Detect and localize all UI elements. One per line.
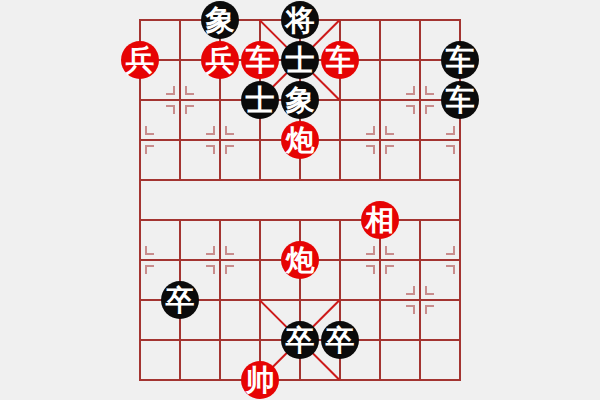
point-marker bbox=[166, 86, 175, 95]
point-marker bbox=[225, 265, 234, 274]
point-marker bbox=[406, 86, 415, 95]
grid-line bbox=[379, 219, 381, 381]
piece-red-cannon[interactable]: 炮 bbox=[281, 121, 319, 159]
point-marker bbox=[225, 145, 234, 154]
point-marker bbox=[366, 126, 375, 135]
point-marker bbox=[425, 286, 434, 295]
point-marker bbox=[385, 145, 394, 154]
piece-black-soldier[interactable]: 卒 bbox=[281, 321, 319, 359]
point-marker bbox=[446, 246, 455, 255]
point-marker bbox=[425, 105, 434, 114]
point-marker bbox=[145, 145, 154, 154]
piece-black-advisor[interactable]: 士 bbox=[241, 81, 279, 119]
grid-line bbox=[419, 219, 421, 381]
point-marker bbox=[366, 265, 375, 274]
point-marker bbox=[185, 105, 194, 114]
point-marker bbox=[425, 86, 434, 95]
piece-black-advisor[interactable]: 士 bbox=[281, 41, 319, 79]
piece-black-soldier[interactable]: 卒 bbox=[321, 321, 359, 359]
point-marker bbox=[166, 105, 175, 114]
xiangqi-board[interactable]: 象将兵兵车士车车士象车炮相炮卒卒卒帅 bbox=[140, 20, 460, 380]
piece-red-soldier[interactable]: 兵 bbox=[121, 41, 159, 79]
point-marker bbox=[385, 246, 394, 255]
point-marker bbox=[446, 265, 455, 274]
piece-black-general[interactable]: 将 bbox=[281, 1, 319, 39]
piece-red-chariot[interactable]: 车 bbox=[321, 41, 359, 79]
piece-black-elephant[interactable]: 象 bbox=[201, 1, 239, 39]
point-marker bbox=[185, 86, 194, 95]
piece-red-chariot[interactable]: 车 bbox=[241, 41, 279, 79]
xiangqi-diagram: 象将兵兵车士车车士象车炮相炮卒卒卒帅 bbox=[0, 0, 600, 400]
point-marker bbox=[446, 126, 455, 135]
point-marker bbox=[225, 126, 234, 135]
piece-red-cannon[interactable]: 炮 bbox=[281, 241, 319, 279]
point-marker bbox=[406, 286, 415, 295]
grid-line bbox=[179, 19, 181, 181]
point-marker bbox=[206, 265, 215, 274]
grid-line bbox=[419, 19, 421, 181]
point-marker bbox=[145, 246, 154, 255]
point-marker bbox=[385, 126, 394, 135]
point-marker bbox=[206, 145, 215, 154]
point-marker bbox=[406, 105, 415, 114]
point-marker bbox=[206, 126, 215, 135]
point-marker bbox=[145, 126, 154, 135]
piece-red-elephant[interactable]: 相 bbox=[361, 201, 399, 239]
piece-black-elephant[interactable]: 象 bbox=[281, 81, 319, 119]
point-marker bbox=[385, 265, 394, 274]
piece-black-chariot[interactable]: 车 bbox=[441, 41, 479, 79]
piece-red-soldier[interactable]: 兵 bbox=[201, 41, 239, 79]
grid-line bbox=[219, 219, 221, 381]
piece-red-general[interactable]: 帅 bbox=[241, 361, 279, 399]
point-marker bbox=[145, 265, 154, 274]
point-marker bbox=[366, 145, 375, 154]
piece-black-chariot[interactable]: 车 bbox=[441, 81, 479, 119]
piece-black-soldier[interactable]: 卒 bbox=[161, 281, 199, 319]
point-marker bbox=[225, 246, 234, 255]
grid-line bbox=[379, 19, 381, 181]
point-marker bbox=[406, 305, 415, 314]
point-marker bbox=[206, 246, 215, 255]
point-marker bbox=[425, 305, 434, 314]
point-marker bbox=[366, 246, 375, 255]
point-marker bbox=[446, 145, 455, 154]
